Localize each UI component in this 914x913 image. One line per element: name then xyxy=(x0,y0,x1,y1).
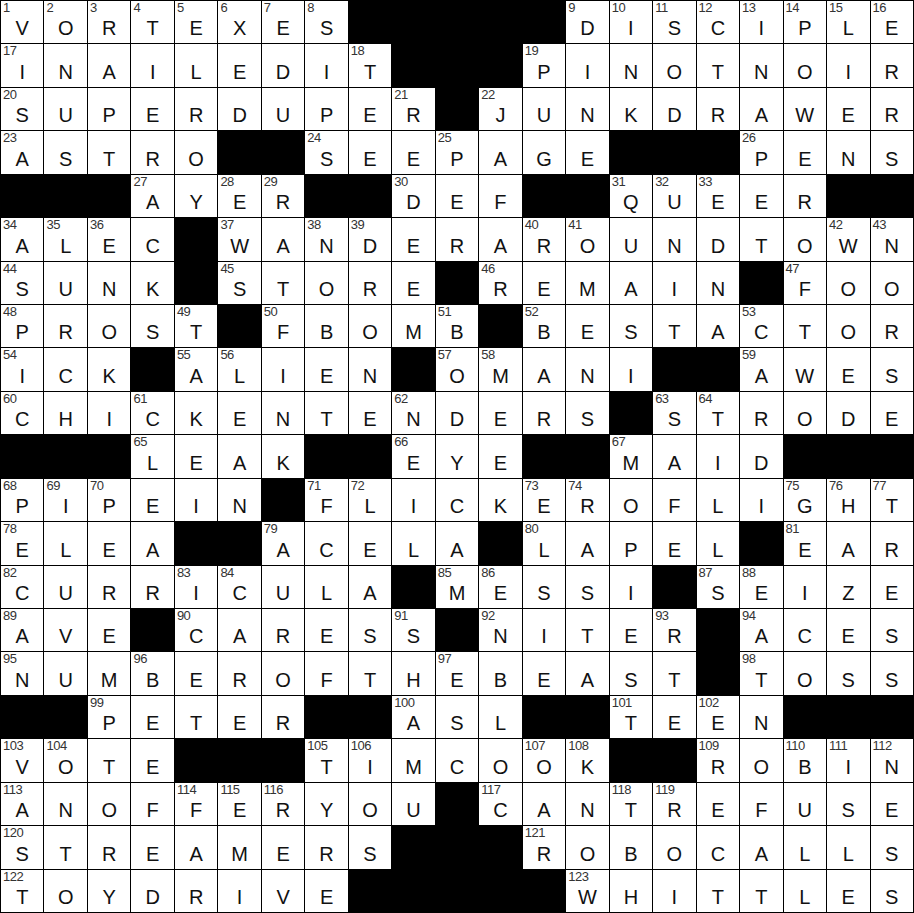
cell-r19c19[interactable]: U xyxy=(784,783,826,825)
cell-r13c8[interactable]: C xyxy=(305,522,347,564)
cell-r19c16[interactable]: 119R xyxy=(653,783,695,825)
cell-r16c5[interactable]: E xyxy=(175,652,217,694)
cell-r8c3[interactable]: O xyxy=(88,305,130,347)
cell-r13c1[interactable]: 78E xyxy=(1,522,43,564)
cell-r16c13[interactable]: E xyxy=(523,652,565,694)
cell-r7c1[interactable]: 44S xyxy=(1,262,43,304)
cell-r16c7[interactable]: O xyxy=(262,652,304,694)
cell-r18c4[interactable]: E xyxy=(131,739,173,781)
cell-r17c7[interactable]: R xyxy=(262,696,304,738)
cell-r9c14[interactable]: N xyxy=(566,348,608,390)
cell-r6c10[interactable]: E xyxy=(392,218,434,260)
cell-r20c8[interactable]: R xyxy=(305,826,347,868)
cell-r4c20[interactable]: N xyxy=(827,131,869,173)
cell-r16c2[interactable]: U xyxy=(44,652,86,694)
cell-r4c9[interactable]: E xyxy=(349,131,391,173)
cell-r10c16[interactable]: 63S xyxy=(653,392,695,434)
cell-r17c4[interactable]: E xyxy=(131,696,173,738)
cell-r1c18[interactable]: 13I xyxy=(740,1,782,43)
cell-r19c15[interactable]: 118T xyxy=(610,783,652,825)
cell-r14c20[interactable]: Z xyxy=(827,566,869,608)
cell-r5c5[interactable]: Y xyxy=(175,175,217,217)
cell-r6c20[interactable]: 42W xyxy=(827,218,869,260)
cell-r9c21[interactable]: S xyxy=(871,348,913,390)
cell-r20c9[interactable]: S xyxy=(349,826,391,868)
cell-r15c14[interactable]: T xyxy=(566,609,608,651)
cell-r8c10[interactable]: M xyxy=(392,305,434,347)
cell-r12c2[interactable]: 69I xyxy=(44,479,86,521)
cell-r19c14[interactable]: N xyxy=(566,783,608,825)
cell-r3c5[interactable]: R xyxy=(175,88,217,130)
cell-r18c14[interactable]: 108K xyxy=(566,739,608,781)
cell-r1c6[interactable]: 6X xyxy=(218,1,260,43)
cell-r7c6[interactable]: 45S xyxy=(218,262,260,304)
cell-r11c11[interactable]: Y xyxy=(436,435,478,477)
cell-r2c3[interactable]: A xyxy=(88,44,130,86)
cell-r4c14[interactable]: E xyxy=(566,131,608,173)
cell-r7c9[interactable]: R xyxy=(349,262,391,304)
cell-r9c8[interactable]: E xyxy=(305,348,347,390)
cell-r14c5[interactable]: 83I xyxy=(175,566,217,608)
cell-r21c21[interactable]: S xyxy=(871,870,913,912)
cell-r21c19[interactable]: L xyxy=(784,870,826,912)
cell-r18c9[interactable]: 106I xyxy=(349,739,391,781)
cell-r21c6[interactable]: I xyxy=(218,870,260,912)
cell-r15c2[interactable]: V xyxy=(44,609,86,651)
cell-r5c11[interactable]: E xyxy=(436,175,478,217)
cell-r19c7[interactable]: 116R xyxy=(262,783,304,825)
cell-r6c2[interactable]: 35L xyxy=(44,218,86,260)
cell-r14c21[interactable]: E xyxy=(871,566,913,608)
cell-r4c18[interactable]: 26P xyxy=(740,131,782,173)
cell-r2c9[interactable]: 18T xyxy=(349,44,391,86)
cell-r15c21[interactable]: S xyxy=(871,609,913,651)
cell-r8c4[interactable]: S xyxy=(131,305,173,347)
cell-r8c21[interactable]: R xyxy=(871,305,913,347)
cell-r13c10[interactable]: L xyxy=(392,522,434,564)
cell-r7c20[interactable]: O xyxy=(827,262,869,304)
cell-r8c8[interactable]: B xyxy=(305,305,347,347)
cell-r2c17[interactable]: T xyxy=(697,44,739,86)
cell-r1c20[interactable]: 15L xyxy=(827,1,869,43)
cell-r9c13[interactable]: A xyxy=(523,348,565,390)
cell-r19c8[interactable]: Y xyxy=(305,783,347,825)
cell-r20c5[interactable]: A xyxy=(175,826,217,868)
cell-r6c1[interactable]: 34A xyxy=(1,218,43,260)
cell-r20c6[interactable]: M xyxy=(218,826,260,868)
cell-r14c12[interactable]: 86E xyxy=(479,566,521,608)
cell-r12c6[interactable]: N xyxy=(218,479,260,521)
cell-r7c8[interactable]: O xyxy=(305,262,347,304)
cell-r8c13[interactable]: 52B xyxy=(523,305,565,347)
cell-r17c5[interactable]: T xyxy=(175,696,217,738)
cell-r12c17[interactable]: L xyxy=(697,479,739,521)
cell-r9c3[interactable]: K xyxy=(88,348,130,390)
cell-r20c19[interactable]: L xyxy=(784,826,826,868)
cell-r12c8[interactable]: 71F xyxy=(305,479,347,521)
cell-r12c20[interactable]: 76H xyxy=(827,479,869,521)
cell-r6c12[interactable]: A xyxy=(479,218,521,260)
cell-r21c16[interactable]: I xyxy=(653,870,695,912)
cell-r8c7[interactable]: 50F xyxy=(262,305,304,347)
cell-r20c21[interactable]: S xyxy=(871,826,913,868)
cell-r4c5[interactable]: O xyxy=(175,131,217,173)
cell-r15c8[interactable]: E xyxy=(305,609,347,651)
cell-r12c19[interactable]: 75G xyxy=(784,479,826,521)
cell-r5c12[interactable]: F xyxy=(479,175,521,217)
cell-r17c11[interactable]: S xyxy=(436,696,478,738)
cell-r16c19[interactable]: O xyxy=(784,652,826,694)
cell-r5c4[interactable]: 27A xyxy=(131,175,173,217)
cell-r3c17[interactable]: R xyxy=(697,88,739,130)
cell-r15c16[interactable]: 93R xyxy=(653,609,695,651)
cell-r15c19[interactable]: C xyxy=(784,609,826,651)
cell-r6c8[interactable]: 38N xyxy=(305,218,347,260)
cell-r4c10[interactable]: E xyxy=(392,131,434,173)
cell-r15c6[interactable]: A xyxy=(218,609,260,651)
cell-r11c15[interactable]: 67M xyxy=(610,435,652,477)
cell-r3c14[interactable]: N xyxy=(566,88,608,130)
cell-r18c12[interactable]: O xyxy=(479,739,521,781)
cell-r12c15[interactable]: O xyxy=(610,479,652,521)
cell-r6c17[interactable]: D xyxy=(697,218,739,260)
cell-r12c1[interactable]: 68P xyxy=(1,479,43,521)
cell-r18c10[interactable]: M xyxy=(392,739,434,781)
cell-r5c18[interactable]: E xyxy=(740,175,782,217)
cell-r12c13[interactable]: 73E xyxy=(523,479,565,521)
cell-r12c9[interactable]: 72L xyxy=(349,479,391,521)
cell-r9c18[interactable]: 59A xyxy=(740,348,782,390)
cell-r12c5[interactable]: I xyxy=(175,479,217,521)
cell-r17c15[interactable]: 101T xyxy=(610,696,652,738)
cell-r9c5[interactable]: 55A xyxy=(175,348,217,390)
cell-r3c8[interactable]: P xyxy=(305,88,347,130)
cell-r20c13[interactable]: 121R xyxy=(523,826,565,868)
cell-r20c20[interactable]: L xyxy=(827,826,869,868)
cell-r10c18[interactable]: R xyxy=(740,392,782,434)
cell-r13c14[interactable]: A xyxy=(566,522,608,564)
cell-r7c14[interactable]: M xyxy=(566,262,608,304)
cell-r13c9[interactable]: E xyxy=(349,522,391,564)
cell-r12c18[interactable]: I xyxy=(740,479,782,521)
cell-r9c1[interactable]: 54I xyxy=(1,348,43,390)
cell-r21c20[interactable]: E xyxy=(827,870,869,912)
cell-r3c9[interactable]: E xyxy=(349,88,391,130)
cell-r12c10[interactable]: I xyxy=(392,479,434,521)
cell-r21c8[interactable]: E xyxy=(305,870,347,912)
cell-r19c2[interactable]: N xyxy=(44,783,86,825)
cell-r7c16[interactable]: I xyxy=(653,262,695,304)
cell-r1c17[interactable]: 12C xyxy=(697,1,739,43)
cell-r18c11[interactable]: C xyxy=(436,739,478,781)
cell-r21c2[interactable]: O xyxy=(44,870,86,912)
cell-r17c6[interactable]: E xyxy=(218,696,260,738)
cell-r5c19[interactable]: R xyxy=(784,175,826,217)
cell-r10c3[interactable]: I xyxy=(88,392,130,434)
cell-r16c15[interactable]: S xyxy=(610,652,652,694)
cell-r6c18[interactable]: T xyxy=(740,218,782,260)
cell-r6c9[interactable]: 39D xyxy=(349,218,391,260)
cell-r11c18[interactable]: D xyxy=(740,435,782,477)
cell-r1c16[interactable]: 11S xyxy=(653,1,695,43)
cell-r2c2[interactable]: N xyxy=(44,44,86,86)
cell-r21c15[interactable]: H xyxy=(610,870,652,912)
cell-r14c13[interactable]: S xyxy=(523,566,565,608)
cell-r7c2[interactable]: U xyxy=(44,262,86,304)
cell-r20c14[interactable]: O xyxy=(566,826,608,868)
cell-r14c7[interactable]: U xyxy=(262,566,304,608)
cell-r11c16[interactable]: A xyxy=(653,435,695,477)
cell-r7c15[interactable]: A xyxy=(610,262,652,304)
cell-r16c18[interactable]: 98T xyxy=(740,652,782,694)
cell-r14c18[interactable]: 88E xyxy=(740,566,782,608)
cell-r10c6[interactable]: E xyxy=(218,392,260,434)
cell-r20c15[interactable]: B xyxy=(610,826,652,868)
cell-r17c3[interactable]: 99P xyxy=(88,696,130,738)
cell-r19c12[interactable]: 117C xyxy=(479,783,521,825)
cell-r15c12[interactable]: 92N xyxy=(479,609,521,651)
cell-r10c20[interactable]: D xyxy=(827,392,869,434)
cell-r3c18[interactable]: A xyxy=(740,88,782,130)
cell-r15c3[interactable]: E xyxy=(88,609,130,651)
cell-r4c11[interactable]: 25P xyxy=(436,131,478,173)
cell-r3c12[interactable]: 22J xyxy=(479,88,521,130)
cell-r11c6[interactable]: A xyxy=(218,435,260,477)
cell-r7c4[interactable]: K xyxy=(131,262,173,304)
cell-r5c15[interactable]: 31Q xyxy=(610,175,652,217)
cell-r14c9[interactable]: A xyxy=(349,566,391,608)
cell-r1c8[interactable]: 8S xyxy=(305,1,347,43)
cell-r10c5[interactable]: K xyxy=(175,392,217,434)
cell-r15c7[interactable]: R xyxy=(262,609,304,651)
cell-r2c14[interactable]: I xyxy=(566,44,608,86)
cell-r9c2[interactable]: C xyxy=(44,348,86,390)
cell-r12c3[interactable]: 70P xyxy=(88,479,130,521)
cell-r6c19[interactable]: O xyxy=(784,218,826,260)
cell-r10c8[interactable]: T xyxy=(305,392,347,434)
cell-r8c11[interactable]: 51B xyxy=(436,305,478,347)
cell-r8c16[interactable]: T xyxy=(653,305,695,347)
cell-r5c17[interactable]: 33E xyxy=(697,175,739,217)
cell-r16c20[interactable]: S xyxy=(827,652,869,694)
cell-r16c8[interactable]: F xyxy=(305,652,347,694)
cell-r14c11[interactable]: 85M xyxy=(436,566,478,608)
cell-r16c14[interactable]: A xyxy=(566,652,608,694)
cell-r2c5[interactable]: L xyxy=(175,44,217,86)
cell-r17c17[interactable]: 102E xyxy=(697,696,739,738)
cell-r11c4[interactable]: 65L xyxy=(131,435,173,477)
cell-r21c18[interactable]: T xyxy=(740,870,782,912)
cell-r2c4[interactable]: I xyxy=(131,44,173,86)
cell-r7c3[interactable]: N xyxy=(88,262,130,304)
cell-r6c13[interactable]: 40R xyxy=(523,218,565,260)
cell-r18c3[interactable]: T xyxy=(88,739,130,781)
cell-r14c3[interactable]: R xyxy=(88,566,130,608)
cell-r4c8[interactable]: 24S xyxy=(305,131,347,173)
cell-r11c5[interactable]: E xyxy=(175,435,217,477)
cell-r3c7[interactable]: U xyxy=(262,88,304,130)
cell-r16c4[interactable]: 96B xyxy=(131,652,173,694)
cell-r1c2[interactable]: 2O xyxy=(44,1,86,43)
cell-r8c2[interactable]: R xyxy=(44,305,86,347)
cell-r14c14[interactable]: S xyxy=(566,566,608,608)
cell-r20c17[interactable]: C xyxy=(697,826,739,868)
cell-r17c18[interactable]: N xyxy=(740,696,782,738)
cell-r18c8[interactable]: 105T xyxy=(305,739,347,781)
cell-r1c19[interactable]: 14P xyxy=(784,1,826,43)
cell-r6c3[interactable]: 36E xyxy=(88,218,130,260)
cell-r1c7[interactable]: 7E xyxy=(262,1,304,43)
cell-r10c14[interactable]: S xyxy=(566,392,608,434)
cell-r13c13[interactable]: 80L xyxy=(523,522,565,564)
cell-r8c1[interactable]: 48P xyxy=(1,305,43,347)
cell-r21c14[interactable]: 123W xyxy=(566,870,608,912)
cell-r15c20[interactable]: E xyxy=(827,609,869,651)
cell-r12c16[interactable]: F xyxy=(653,479,695,521)
cell-r7c19[interactable]: 47F xyxy=(784,262,826,304)
cell-r14c17[interactable]: 87S xyxy=(697,566,739,608)
cell-r13c16[interactable]: E xyxy=(653,522,695,564)
cell-r1c3[interactable]: 3R xyxy=(88,1,130,43)
cell-r2c16[interactable]: O xyxy=(653,44,695,86)
cell-r2c19[interactable]: O xyxy=(784,44,826,86)
cell-r18c13[interactable]: 107O xyxy=(523,739,565,781)
cell-r14c2[interactable]: U xyxy=(44,566,86,608)
cell-r19c6[interactable]: 115E xyxy=(218,783,260,825)
cell-r2c20[interactable]: I xyxy=(827,44,869,86)
cell-r12c14[interactable]: 74R xyxy=(566,479,608,521)
cell-r19c5[interactable]: 114F xyxy=(175,783,217,825)
cell-r20c3[interactable]: R xyxy=(88,826,130,868)
cell-r15c10[interactable]: 91S xyxy=(392,609,434,651)
cell-r17c10[interactable]: 100A xyxy=(392,696,434,738)
cell-r20c4[interactable]: E xyxy=(131,826,173,868)
cell-r21c3[interactable]: Y xyxy=(88,870,130,912)
cell-r2c13[interactable]: 19P xyxy=(523,44,565,86)
cell-r11c7[interactable]: K xyxy=(262,435,304,477)
cell-r9c11[interactable]: 57O xyxy=(436,348,478,390)
cell-r8c17[interactable]: A xyxy=(697,305,739,347)
cell-r18c21[interactable]: 112N xyxy=(871,739,913,781)
cell-r5c7[interactable]: 29R xyxy=(262,175,304,217)
cell-r8c9[interactable]: O xyxy=(349,305,391,347)
cell-r3c13[interactable]: U xyxy=(523,88,565,130)
cell-r3c19[interactable]: W xyxy=(784,88,826,130)
cell-r16c11[interactable]: 97E xyxy=(436,652,478,694)
cell-r19c13[interactable]: A xyxy=(523,783,565,825)
cell-r11c17[interactable]: I xyxy=(697,435,739,477)
cell-r1c5[interactable]: 5E xyxy=(175,1,217,43)
cell-r13c3[interactable]: E xyxy=(88,522,130,564)
cell-r3c10[interactable]: 21R xyxy=(392,88,434,130)
cell-r12c21[interactable]: 77T xyxy=(871,479,913,521)
cell-r17c12[interactable]: L xyxy=(479,696,521,738)
cell-r2c1[interactable]: 17I xyxy=(1,44,43,86)
cell-r13c21[interactable]: R xyxy=(871,522,913,564)
cell-r19c4[interactable]: F xyxy=(131,783,173,825)
cell-r6c6[interactable]: 37W xyxy=(218,218,260,260)
cell-r11c10[interactable]: 66E xyxy=(392,435,434,477)
cell-r13c20[interactable]: A xyxy=(827,522,869,564)
cell-r5c16[interactable]: 32U xyxy=(653,175,695,217)
cell-r4c4[interactable]: R xyxy=(131,131,173,173)
cell-r3c20[interactable]: E xyxy=(827,88,869,130)
cell-r4c13[interactable]: G xyxy=(523,131,565,173)
cell-r2c6[interactable]: E xyxy=(218,44,260,86)
cell-r7c10[interactable]: E xyxy=(392,262,434,304)
cell-r21c4[interactable]: D xyxy=(131,870,173,912)
cell-r11c12[interactable]: E xyxy=(479,435,521,477)
cell-r8c20[interactable]: O xyxy=(827,305,869,347)
cell-r4c19[interactable]: E xyxy=(784,131,826,173)
cell-r1c15[interactable]: 10I xyxy=(610,1,652,43)
cell-r9c12[interactable]: 58M xyxy=(479,348,521,390)
cell-r16c6[interactable]: R xyxy=(218,652,260,694)
cell-r18c20[interactable]: 111I xyxy=(827,739,869,781)
cell-r14c8[interactable]: L xyxy=(305,566,347,608)
cell-r17c16[interactable]: E xyxy=(653,696,695,738)
cell-r3c3[interactable]: P xyxy=(88,88,130,130)
cell-r10c19[interactable]: O xyxy=(784,392,826,434)
cell-r4c21[interactable]: S xyxy=(871,131,913,173)
cell-r8c5[interactable]: 49T xyxy=(175,305,217,347)
cell-r16c16[interactable]: T xyxy=(653,652,695,694)
cell-r15c9[interactable]: S xyxy=(349,609,391,651)
cell-r9c20[interactable]: E xyxy=(827,348,869,390)
cell-r8c15[interactable]: S xyxy=(610,305,652,347)
cell-r12c12[interactable]: K xyxy=(479,479,521,521)
cell-r10c12[interactable]: E xyxy=(479,392,521,434)
cell-r2c21[interactable]: R xyxy=(871,44,913,86)
cell-r15c13[interactable]: I xyxy=(523,609,565,651)
cell-r20c7[interactable]: E xyxy=(262,826,304,868)
cell-r2c15[interactable]: N xyxy=(610,44,652,86)
cell-r18c19[interactable]: 110B xyxy=(784,739,826,781)
cell-r14c6[interactable]: 84C xyxy=(218,566,260,608)
cell-r3c4[interactable]: E xyxy=(131,88,173,130)
cell-r19c9[interactable]: O xyxy=(349,783,391,825)
cell-r20c18[interactable]: A xyxy=(740,826,782,868)
cell-r13c11[interactable]: A xyxy=(436,522,478,564)
cell-r2c18[interactable]: N xyxy=(740,44,782,86)
cell-r6c4[interactable]: C xyxy=(131,218,173,260)
cell-r1c14[interactable]: 9D xyxy=(566,1,608,43)
cell-r13c7[interactable]: 79A xyxy=(262,522,304,564)
cell-r13c19[interactable]: 81E xyxy=(784,522,826,564)
cell-r6c11[interactable]: R xyxy=(436,218,478,260)
cell-r1c1[interactable]: 1V xyxy=(1,1,43,43)
cell-r18c1[interactable]: 103V xyxy=(1,739,43,781)
cell-r10c9[interactable]: E xyxy=(349,392,391,434)
cell-r13c4[interactable]: A xyxy=(131,522,173,564)
cell-r16c9[interactable]: T xyxy=(349,652,391,694)
cell-r9c15[interactable]: I xyxy=(610,348,652,390)
cell-r13c2[interactable]: L xyxy=(44,522,86,564)
cell-r7c12[interactable]: 46R xyxy=(479,262,521,304)
cell-r3c1[interactable]: 20S xyxy=(1,88,43,130)
cell-r14c4[interactable]: R xyxy=(131,566,173,608)
cell-r12c4[interactable]: E xyxy=(131,479,173,521)
cell-r21c7[interactable]: V xyxy=(262,870,304,912)
cell-r4c12[interactable]: A xyxy=(479,131,521,173)
cell-r7c7[interactable]: T xyxy=(262,262,304,304)
cell-r16c21[interactable]: S xyxy=(871,652,913,694)
cell-r9c19[interactable]: W xyxy=(784,348,826,390)
cell-r3c6[interactable]: D xyxy=(218,88,260,130)
cell-r3c15[interactable]: K xyxy=(610,88,652,130)
cell-r10c1[interactable]: 60C xyxy=(1,392,43,434)
cell-r15c15[interactable]: E xyxy=(610,609,652,651)
